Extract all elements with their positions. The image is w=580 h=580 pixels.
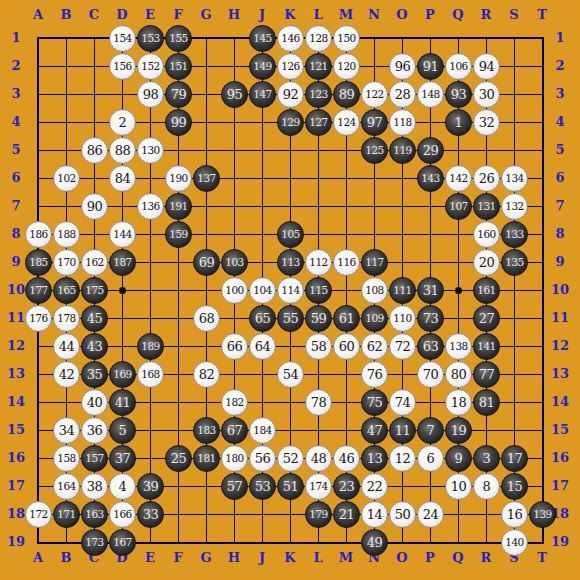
stone-K2[interactable]: 126 <box>277 53 304 80</box>
stone-D15[interactable]: 5 <box>109 417 136 444</box>
row-label-1: 1 <box>546 30 574 46</box>
move-number: 29 <box>423 144 439 157</box>
stone-P5[interactable]: 29 <box>417 137 444 164</box>
stone-G11[interactable]: 68 <box>193 305 220 332</box>
move-number: 10 <box>451 480 467 493</box>
move-number: 153 <box>141 33 160 44</box>
stone-T18[interactable]: 139 <box>529 501 556 528</box>
stone-N16[interactable]: 13 <box>361 445 388 472</box>
move-number: 36 <box>87 424 103 437</box>
stone-D17[interactable]: 4 <box>109 473 136 500</box>
move-number: 116 <box>337 257 356 268</box>
stone-B12[interactable]: 44 <box>53 333 80 360</box>
stone-N4[interactable]: 97 <box>361 109 388 136</box>
stone-F16[interactable]: 25 <box>165 445 192 472</box>
stone-P11[interactable]: 73 <box>417 305 444 332</box>
stone-F8[interactable]: 159 <box>165 221 192 248</box>
stone-F6[interactable]: 190 <box>165 165 192 192</box>
move-number: 141 <box>477 341 496 352</box>
stone-Q3[interactable]: 93 <box>445 81 472 108</box>
move-number: 80 <box>451 368 467 381</box>
column-label-L: L <box>304 7 332 23</box>
move-number: 146 <box>281 33 300 44</box>
move-number: 72 <box>395 340 411 353</box>
row-label-4: 4 <box>2 114 30 130</box>
move-number: 39 <box>143 480 159 493</box>
stone-G15[interactable]: 183 <box>193 417 220 444</box>
stone-N19[interactable]: 49 <box>361 529 388 556</box>
stone-R10[interactable]: 161 <box>473 277 500 304</box>
move-number: 148 <box>421 89 440 100</box>
stone-R3[interactable]: 30 <box>473 81 500 108</box>
stone-J11[interactable]: 65 <box>249 305 276 332</box>
stone-E2[interactable]: 152 <box>137 53 164 80</box>
stone-N18[interactable]: 14 <box>361 501 388 528</box>
stone-A8[interactable]: 186 <box>25 221 52 248</box>
stone-M1[interactable]: 150 <box>333 25 360 52</box>
stone-H10[interactable]: 100 <box>221 277 248 304</box>
move-number: 59 <box>311 312 327 325</box>
move-number: 159 <box>169 229 188 240</box>
move-number: 125 <box>365 145 384 156</box>
move-number: 126 <box>281 61 300 72</box>
move-number: 120 <box>337 61 356 72</box>
column-label-G: G <box>192 550 220 566</box>
stone-D16[interactable]: 37 <box>109 445 136 472</box>
stone-C5[interactable]: 86 <box>81 137 108 164</box>
row-label-6: 6 <box>546 170 574 186</box>
move-number: 173 <box>85 537 104 548</box>
column-label-R: R <box>472 550 500 566</box>
stone-O14[interactable]: 74 <box>389 389 416 416</box>
stone-Q17[interactable]: 10 <box>445 473 472 500</box>
column-label-C: C <box>80 7 108 23</box>
stone-J3[interactable]: 147 <box>249 81 276 108</box>
move-number: 89 <box>339 88 355 101</box>
stone-H12[interactable]: 66 <box>221 333 248 360</box>
move-number: 188 <box>57 229 76 240</box>
stone-E12[interactable]: 189 <box>137 333 164 360</box>
stone-B10[interactable]: 165 <box>53 277 80 304</box>
stone-N14[interactable]: 75 <box>361 389 388 416</box>
stone-P15[interactable]: 7 <box>417 417 444 444</box>
stone-R2[interactable]: 94 <box>473 53 500 80</box>
stone-M16[interactable]: 46 <box>333 445 360 472</box>
stone-O4[interactable]: 118 <box>389 109 416 136</box>
stone-J17[interactable]: 53 <box>249 473 276 500</box>
move-number: 46 <box>339 452 355 465</box>
move-number: 61 <box>339 312 355 325</box>
row-label-10: 10 <box>546 282 574 298</box>
stone-L12[interactable]: 58 <box>305 333 332 360</box>
move-number: 19 <box>451 424 467 437</box>
stone-G13[interactable]: 82 <box>193 361 220 388</box>
move-number: 34 <box>59 424 75 437</box>
stone-C14[interactable]: 40 <box>81 389 108 416</box>
move-number: 107 <box>449 201 468 212</box>
stone-P16[interactable]: 6 <box>417 445 444 472</box>
stone-E3[interactable]: 98 <box>137 81 164 108</box>
stone-S8[interactable]: 133 <box>501 221 528 248</box>
move-number: 81 <box>479 396 495 409</box>
row-label-12: 12 <box>2 338 30 354</box>
stone-P6[interactable]: 143 <box>417 165 444 192</box>
stone-Q13[interactable]: 80 <box>445 361 472 388</box>
stone-K17[interactable]: 51 <box>277 473 304 500</box>
move-number: 127 <box>309 117 328 128</box>
move-number: 109 <box>365 313 384 324</box>
stone-R8[interactable]: 160 <box>473 221 500 248</box>
stone-D14[interactable]: 41 <box>109 389 136 416</box>
row-label-13: 13 <box>546 366 574 382</box>
move-number: 73 <box>423 312 439 325</box>
stone-J16[interactable]: 56 <box>249 445 276 472</box>
move-number: 157 <box>85 453 104 464</box>
stone-R13[interactable]: 77 <box>473 361 500 388</box>
stone-N15[interactable]: 47 <box>361 417 388 444</box>
move-number: 23 <box>339 480 355 493</box>
move-number: 32 <box>479 116 495 129</box>
column-label-F: F <box>164 550 192 566</box>
stone-Q6[interactable]: 142 <box>445 165 472 192</box>
move-number: 156 <box>113 61 132 72</box>
stone-O11[interactable]: 110 <box>389 305 416 332</box>
move-number: 54 <box>283 368 299 381</box>
move-number: 138 <box>449 341 468 352</box>
stone-J12[interactable]: 64 <box>249 333 276 360</box>
stone-L11[interactable]: 59 <box>305 305 332 332</box>
stone-L1[interactable]: 128 <box>305 25 332 52</box>
move-number: 24 <box>423 508 439 521</box>
stone-C15[interactable]: 36 <box>81 417 108 444</box>
stone-O5[interactable]: 119 <box>389 137 416 164</box>
stone-C13[interactable]: 35 <box>81 361 108 388</box>
move-number: 22 <box>367 480 383 493</box>
stone-C9[interactable]: 162 <box>81 249 108 276</box>
stone-R16[interactable]: 3 <box>473 445 500 472</box>
row-label-15: 15 <box>2 422 30 438</box>
move-number: 33 <box>143 508 159 521</box>
move-number: 150 <box>337 33 356 44</box>
move-number: 15 <box>507 480 523 493</box>
move-number: 44 <box>59 340 75 353</box>
column-label-T: T <box>528 7 556 23</box>
stone-B8[interactable]: 188 <box>53 221 80 248</box>
stone-D8[interactable]: 144 <box>109 221 136 248</box>
stone-K4[interactable]: 129 <box>277 109 304 136</box>
move-number: 149 <box>253 61 272 72</box>
stone-L9[interactable]: 112 <box>305 249 332 276</box>
stone-P12[interactable]: 63 <box>417 333 444 360</box>
stone-S16[interactable]: 17 <box>501 445 528 472</box>
stone-N11[interactable]: 109 <box>361 305 388 332</box>
row-label-15: 15 <box>546 422 574 438</box>
stone-Q15[interactable]: 19 <box>445 417 472 444</box>
move-number: 27 <box>479 312 495 325</box>
move-number: 94 <box>479 60 495 73</box>
row-label-12: 12 <box>546 338 574 354</box>
row-label-19: 19 <box>546 534 574 550</box>
stone-H15[interactable]: 67 <box>221 417 248 444</box>
stone-N12[interactable]: 62 <box>361 333 388 360</box>
stone-K16[interactable]: 52 <box>277 445 304 472</box>
stone-C12[interactable]: 43 <box>81 333 108 360</box>
stone-R9[interactable]: 20 <box>473 249 500 276</box>
move-number: 41 <box>115 396 131 409</box>
column-label-D: D <box>108 7 136 23</box>
move-number: 60 <box>339 340 355 353</box>
stone-S9[interactable]: 135 <box>501 249 528 276</box>
stone-E7[interactable]: 136 <box>137 193 164 220</box>
stone-B15[interactable]: 34 <box>53 417 80 444</box>
stone-E1[interactable]: 153 <box>137 25 164 52</box>
stone-C19[interactable]: 173 <box>81 529 108 556</box>
stone-E5[interactable]: 130 <box>137 137 164 164</box>
move-number: 63 <box>423 340 439 353</box>
stone-L3[interactable]: 123 <box>305 81 332 108</box>
stone-M2[interactable]: 120 <box>333 53 360 80</box>
stone-G6[interactable]: 137 <box>193 165 220 192</box>
stone-A18[interactable]: 172 <box>25 501 52 528</box>
stone-S6[interactable]: 134 <box>501 165 528 192</box>
move-number: 136 <box>141 201 160 212</box>
move-number: 57 <box>227 480 243 493</box>
row-label-7: 7 <box>546 198 574 214</box>
stone-R11[interactable]: 27 <box>473 305 500 332</box>
go-board-viewer: ABCDEFGHJKLMNOPQRST ABCDEFGHJKLMNOPQRST … <box>0 0 580 580</box>
stone-F2[interactable]: 151 <box>165 53 192 80</box>
stone-M11[interactable]: 61 <box>333 305 360 332</box>
stone-R14[interactable]: 81 <box>473 389 500 416</box>
column-label-J: J <box>248 7 276 23</box>
stone-M18[interactable]: 21 <box>333 501 360 528</box>
move-number: 2 <box>119 116 127 129</box>
stone-E13[interactable]: 168 <box>137 361 164 388</box>
stone-R7[interactable]: 131 <box>473 193 500 220</box>
stone-R17[interactable]: 8 <box>473 473 500 500</box>
move-number: 110 <box>393 313 412 324</box>
stone-P13[interactable]: 70 <box>417 361 444 388</box>
move-number: 163 <box>85 509 104 520</box>
stone-Q7[interactable]: 107 <box>445 193 472 220</box>
row-label-17: 17 <box>2 478 30 494</box>
move-number: 169 <box>113 369 132 380</box>
move-number: 117 <box>365 257 384 268</box>
stone-A11[interactable]: 176 <box>25 305 52 332</box>
stone-N13[interactable]: 76 <box>361 361 388 388</box>
move-number: 88 <box>115 144 131 157</box>
move-number: 1 <box>455 116 463 129</box>
stone-P10[interactable]: 31 <box>417 277 444 304</box>
star-point-D10 <box>119 287 126 294</box>
move-number: 12 <box>395 452 411 465</box>
stone-O16[interactable]: 12 <box>389 445 416 472</box>
move-number: 172 <box>29 509 48 520</box>
column-label-G: G <box>192 7 220 23</box>
stone-L17[interactable]: 174 <box>305 473 332 500</box>
stone-C17[interactable]: 38 <box>81 473 108 500</box>
stone-A10[interactable]: 177 <box>25 277 52 304</box>
stone-D6[interactable]: 84 <box>109 165 136 192</box>
stone-C7[interactable]: 90 <box>81 193 108 220</box>
stone-M17[interactable]: 23 <box>333 473 360 500</box>
stone-D5[interactable]: 88 <box>109 137 136 164</box>
stone-N17[interactable]: 22 <box>361 473 388 500</box>
move-number: 6 <box>427 452 435 465</box>
move-number: 174 <box>309 481 328 492</box>
stone-D13[interactable]: 169 <box>109 361 136 388</box>
stone-M12[interactable]: 60 <box>333 333 360 360</box>
stone-R12[interactable]: 141 <box>473 333 500 360</box>
stone-F7[interactable]: 191 <box>165 193 192 220</box>
stone-O10[interactable]: 111 <box>389 277 416 304</box>
stone-E18[interactable]: 33 <box>137 501 164 528</box>
stone-K10[interactable]: 114 <box>277 277 304 304</box>
move-number: 21 <box>339 508 355 521</box>
move-number: 152 <box>141 61 160 72</box>
stone-N10[interactable]: 108 <box>361 277 388 304</box>
stone-D4[interactable]: 2 <box>109 109 136 136</box>
stone-P3[interactable]: 148 <box>417 81 444 108</box>
move-number: 90 <box>87 200 103 213</box>
stone-D9[interactable]: 187 <box>109 249 136 276</box>
stone-Q4[interactable]: 1 <box>445 109 472 136</box>
stone-Q2[interactable]: 106 <box>445 53 472 80</box>
stone-H3[interactable]: 95 <box>221 81 248 108</box>
stone-C10[interactable]: 175 <box>81 277 108 304</box>
stone-B16[interactable]: 158 <box>53 445 80 472</box>
stone-C18[interactable]: 163 <box>81 501 108 528</box>
stone-K9[interactable]: 113 <box>277 249 304 276</box>
move-number: 8 <box>483 480 491 493</box>
move-number: 75 <box>367 396 383 409</box>
stone-E17[interactable]: 39 <box>137 473 164 500</box>
stone-O3[interactable]: 28 <box>389 81 416 108</box>
stone-G9[interactable]: 69 <box>193 249 220 276</box>
stone-B17[interactable]: 164 <box>53 473 80 500</box>
stone-K13[interactable]: 54 <box>277 361 304 388</box>
move-number: 129 <box>281 117 300 128</box>
move-number: 184 <box>253 425 272 436</box>
stone-F1[interactable]: 155 <box>165 25 192 52</box>
stone-J1[interactable]: 145 <box>249 25 276 52</box>
stone-M4[interactable]: 124 <box>333 109 360 136</box>
move-number: 82 <box>199 368 215 381</box>
stone-N9[interactable]: 117 <box>361 249 388 276</box>
move-number: 25 <box>171 452 187 465</box>
move-number: 158 <box>57 453 76 464</box>
row-label-16: 16 <box>546 450 574 466</box>
stone-L4[interactable]: 127 <box>305 109 332 136</box>
stone-O2[interactable]: 96 <box>389 53 416 80</box>
stone-G16[interactable]: 181 <box>193 445 220 472</box>
star-point-Q10 <box>455 287 462 294</box>
stone-H16[interactable]: 180 <box>221 445 248 472</box>
move-number: 105 <box>281 229 300 240</box>
stone-F4[interactable]: 99 <box>165 109 192 136</box>
stone-L2[interactable]: 121 <box>305 53 332 80</box>
stone-M3[interactable]: 89 <box>333 81 360 108</box>
move-number: 155 <box>169 33 188 44</box>
stone-K8[interactable]: 105 <box>277 221 304 248</box>
stone-F3[interactable]: 79 <box>165 81 192 108</box>
stone-J15[interactable]: 184 <box>249 417 276 444</box>
stone-B11[interactable]: 178 <box>53 305 80 332</box>
stone-S7[interactable]: 132 <box>501 193 528 220</box>
move-number: 108 <box>365 285 384 296</box>
stone-D1[interactable]: 154 <box>109 25 136 52</box>
move-number: 4 <box>119 480 127 493</box>
stone-K3[interactable]: 92 <box>277 81 304 108</box>
move-number: 115 <box>309 285 328 296</box>
stone-O12[interactable]: 72 <box>389 333 416 360</box>
stone-N3[interactable]: 122 <box>361 81 388 108</box>
stone-B18[interactable]: 171 <box>53 501 80 528</box>
move-number: 161 <box>477 285 496 296</box>
move-number: 56 <box>255 452 271 465</box>
row-label-3: 3 <box>2 86 30 102</box>
stone-R4[interactable]: 32 <box>473 109 500 136</box>
stone-J2[interactable]: 149 <box>249 53 276 80</box>
stone-M9[interactable]: 116 <box>333 249 360 276</box>
stone-H17[interactable]: 57 <box>221 473 248 500</box>
stone-B13[interactable]: 42 <box>53 361 80 388</box>
move-number: 111 <box>393 285 412 296</box>
stone-O15[interactable]: 11 <box>389 417 416 444</box>
stone-L18[interactable]: 179 <box>305 501 332 528</box>
move-number: 93 <box>451 88 467 101</box>
stone-L14[interactable]: 78 <box>305 389 332 416</box>
stone-H9[interactable]: 103 <box>221 249 248 276</box>
stone-L16[interactable]: 48 <box>305 445 332 472</box>
move-number: 52 <box>283 452 299 465</box>
move-number: 69 <box>199 256 215 269</box>
stone-Q12[interactable]: 138 <box>445 333 472 360</box>
move-number: 100 <box>225 285 244 296</box>
move-number: 11 <box>395 424 411 437</box>
move-number: 133 <box>505 229 524 240</box>
stone-K1[interactable]: 146 <box>277 25 304 52</box>
stone-O18[interactable]: 50 <box>389 501 416 528</box>
stone-N5[interactable]: 125 <box>361 137 388 164</box>
stone-P2[interactable]: 91 <box>417 53 444 80</box>
stone-H14[interactable]: 182 <box>221 389 248 416</box>
column-label-O: O <box>388 7 416 23</box>
stone-A9[interactable]: 185 <box>25 249 52 276</box>
stone-R6[interactable]: 26 <box>473 165 500 192</box>
stone-S19[interactable]: 140 <box>501 529 528 556</box>
stone-J10[interactable]: 104 <box>249 277 276 304</box>
stone-Q16[interactable]: 9 <box>445 445 472 472</box>
stone-C16[interactable]: 157 <box>81 445 108 472</box>
stone-P18[interactable]: 24 <box>417 501 444 528</box>
stone-B9[interactable]: 170 <box>53 249 80 276</box>
stone-B6[interactable]: 102 <box>53 165 80 192</box>
stone-K11[interactable]: 55 <box>277 305 304 332</box>
stone-D18[interactable]: 166 <box>109 501 136 528</box>
stone-D19[interactable]: 167 <box>109 529 136 556</box>
stone-Q14[interactable]: 18 <box>445 389 472 416</box>
stone-C11[interactable]: 45 <box>81 305 108 332</box>
move-number: 168 <box>141 369 160 380</box>
stone-S18[interactable]: 16 <box>501 501 528 528</box>
stone-L10[interactable]: 115 <box>305 277 332 304</box>
move-number: 49 <box>367 536 383 549</box>
column-label-R: R <box>472 7 500 23</box>
stone-S17[interactable]: 15 <box>501 473 528 500</box>
stone-D2[interactable]: 156 <box>109 53 136 80</box>
move-number: 37 <box>115 452 131 465</box>
